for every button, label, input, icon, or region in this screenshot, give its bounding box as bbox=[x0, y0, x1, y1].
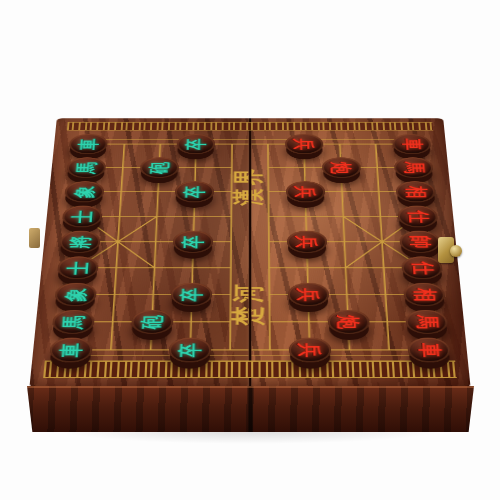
piece-red-馬[interactable]: 馬 bbox=[405, 310, 449, 334]
piece-glyph: 象 bbox=[73, 186, 96, 198]
piece-green-車[interactable]: 車 bbox=[68, 134, 108, 154]
piece-green-卒[interactable]: 卒 bbox=[173, 231, 214, 253]
piece-glyph: 馬 bbox=[61, 315, 86, 329]
piece-glyph: 兵 bbox=[296, 288, 320, 302]
board-front-face bbox=[27, 386, 474, 432]
piece-glyph: 炮 bbox=[330, 162, 353, 174]
piece-glyph: 相 bbox=[412, 288, 437, 302]
piece-glyph: 砲 bbox=[140, 315, 165, 329]
product-photo-stage: 漢界 楚河 車馬象士將士象馬車砲砲卒卒卒卒卒兵兵兵兵兵炮炮車馬相仕帥仕相馬車 bbox=[0, 0, 500, 500]
piece-green-卒[interactable]: 卒 bbox=[175, 181, 215, 202]
piece-red-兵[interactable]: 兵 bbox=[287, 283, 329, 306]
piece-green-將[interactable]: 將 bbox=[59, 231, 101, 253]
piece-red-仕[interactable]: 仕 bbox=[401, 256, 443, 279]
piece-glyph: 兵 bbox=[294, 186, 317, 198]
piece-glyph: 士 bbox=[66, 261, 90, 274]
piece-red-兵[interactable]: 兵 bbox=[286, 181, 326, 202]
piece-green-砲[interactable]: 砲 bbox=[139, 157, 178, 178]
piece-glyph: 馬 bbox=[75, 162, 98, 174]
piece-red-相[interactable]: 相 bbox=[403, 283, 446, 306]
piece-green-象[interactable]: 象 bbox=[54, 283, 97, 306]
piece-red-炮[interactable]: 炮 bbox=[321, 157, 360, 178]
piece-red-車[interactable]: 車 bbox=[407, 338, 451, 363]
piece-glyph: 兵 bbox=[297, 343, 322, 357]
piece-glyph: 卒 bbox=[178, 343, 203, 357]
brass-clasp-icon[interactable] bbox=[438, 233, 464, 267]
piece-glyph: 馬 bbox=[414, 315, 439, 329]
piece-glyph: 卒 bbox=[185, 138, 207, 150]
piece-glyph: 砲 bbox=[148, 162, 171, 174]
piece-glyph: 帥 bbox=[408, 235, 432, 248]
piece-glyph: 車 bbox=[77, 138, 100, 150]
piece-red-相[interactable]: 相 bbox=[395, 181, 436, 202]
piece-glyph: 卒 bbox=[180, 288, 204, 302]
xiangqi-board: 漢界 楚河 車馬象士將士象馬車砲砲卒卒卒卒卒兵兵兵兵兵炮炮車馬相仕帥仕相馬車 bbox=[29, 118, 470, 388]
piece-glyph: 將 bbox=[68, 235, 92, 248]
piece-glyph: 相 bbox=[404, 186, 427, 198]
piece-glyph: 兵 bbox=[295, 235, 318, 248]
piece-glyph: 炮 bbox=[336, 315, 361, 329]
piece-glyph: 卒 bbox=[183, 186, 206, 198]
piece-green-卒[interactable]: 卒 bbox=[171, 283, 213, 306]
piece-red-兵[interactable]: 兵 bbox=[286, 231, 327, 253]
piece-glyph: 卒 bbox=[182, 235, 205, 248]
piece-glyph: 兵 bbox=[293, 138, 315, 150]
piece-red-兵[interactable]: 兵 bbox=[285, 134, 324, 154]
piece-red-車[interactable]: 車 bbox=[392, 134, 432, 154]
piece-glyph: 車 bbox=[58, 343, 83, 357]
piece-red-帥[interactable]: 帥 bbox=[399, 231, 441, 253]
piece-glyph: 馬 bbox=[402, 162, 425, 174]
piece-green-馬[interactable]: 馬 bbox=[66, 157, 106, 178]
piece-green-卒[interactable]: 卒 bbox=[177, 134, 216, 154]
piece-glyph: 車 bbox=[416, 343, 441, 357]
piece-green-砲[interactable]: 砲 bbox=[131, 310, 174, 334]
piece-red-兵[interactable]: 兵 bbox=[288, 338, 331, 363]
brass-hinge-icon bbox=[29, 228, 40, 248]
piece-green-士[interactable]: 士 bbox=[62, 206, 103, 228]
piece-green-卒[interactable]: 卒 bbox=[169, 338, 212, 363]
piece-red-馬[interactable]: 馬 bbox=[394, 157, 434, 178]
piece-glyph: 士 bbox=[70, 210, 94, 223]
pieces-layer: 車馬象士將士象馬車砲砲卒卒卒卒卒兵兵兵兵兵炮炮車馬相仕帥仕相馬車 bbox=[29, 118, 470, 388]
clasp-knob bbox=[450, 245, 462, 257]
piece-glyph: 象 bbox=[63, 288, 88, 302]
piece-glyph: 仕 bbox=[406, 210, 430, 223]
piece-red-仕[interactable]: 仕 bbox=[397, 206, 438, 228]
piece-glyph: 車 bbox=[400, 138, 423, 150]
piece-glyph: 仕 bbox=[410, 261, 434, 274]
piece-green-車[interactable]: 車 bbox=[49, 338, 93, 363]
piece-red-炮[interactable]: 炮 bbox=[327, 310, 370, 334]
piece-green-象[interactable]: 象 bbox=[64, 181, 105, 202]
piece-green-馬[interactable]: 馬 bbox=[52, 310, 96, 334]
piece-green-士[interactable]: 士 bbox=[57, 256, 99, 279]
